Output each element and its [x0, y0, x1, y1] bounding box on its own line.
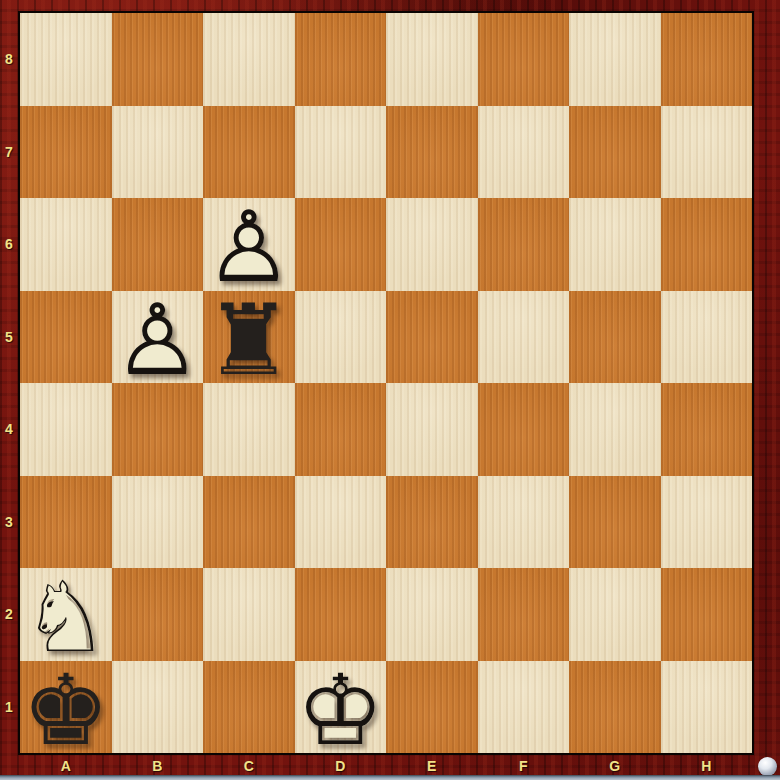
square-f3[interactable]	[478, 476, 570, 569]
file-label-a: A	[20, 756, 112, 775]
square-h8[interactable]	[661, 13, 753, 106]
square-e3[interactable]	[386, 476, 478, 569]
square-f4[interactable]	[478, 383, 570, 476]
file-label-g: G	[569, 756, 661, 775]
square-g7[interactable]	[569, 106, 661, 199]
square-f2[interactable]	[478, 568, 570, 661]
square-d3[interactable]	[295, 476, 387, 569]
file-label-c: C	[203, 756, 295, 775]
square-b6[interactable]	[112, 198, 204, 291]
square-c2[interactable]	[203, 568, 295, 661]
square-g6[interactable]	[569, 198, 661, 291]
square-h7[interactable]	[661, 106, 753, 199]
square-f7[interactable]	[478, 106, 570, 199]
square-a6[interactable]	[20, 198, 112, 291]
square-a2[interactable]: ♞♘	[20, 568, 112, 661]
square-f1[interactable]	[478, 661, 570, 754]
square-g1[interactable]	[569, 661, 661, 754]
square-f5[interactable]	[478, 291, 570, 384]
piece-white-pawn-c6[interactable]: ♟♙	[203, 198, 295, 291]
square-a3[interactable]	[20, 476, 112, 569]
file-label-b: B	[112, 756, 204, 775]
square-g3[interactable]	[569, 476, 661, 569]
piece-white-pawn-b5[interactable]: ♟♙	[112, 291, 204, 384]
square-a4[interactable]	[20, 383, 112, 476]
file-label-e: E	[386, 756, 478, 775]
square-d1[interactable]: ♚♔	[295, 661, 387, 754]
square-c4[interactable]	[203, 383, 295, 476]
square-b3[interactable]	[112, 476, 204, 569]
rank-label-4: 4	[0, 383, 18, 476]
square-g4[interactable]	[569, 383, 661, 476]
square-b2[interactable]	[112, 568, 204, 661]
black-king-glyph: ♚	[22, 661, 110, 759]
piece-black-rook-c5[interactable]: ♜	[203, 291, 295, 384]
window-bottom-edge	[0, 775, 780, 780]
square-f8[interactable]	[478, 13, 570, 106]
white-king-outline-glyph: ♔	[296, 661, 384, 759]
square-d7[interactable]	[295, 106, 387, 199]
square-e5[interactable]	[386, 291, 478, 384]
piece-white-knight-a2[interactable]: ♞♘	[20, 568, 112, 661]
chess-board: ♟♙♟♙♜♞♘♚♚♔	[18, 11, 754, 755]
square-b1[interactable]	[112, 661, 204, 754]
square-c1[interactable]	[203, 661, 295, 754]
rank-label-1: 1	[0, 661, 18, 754]
square-d8[interactable]	[295, 13, 387, 106]
square-b5[interactable]: ♟♙	[112, 291, 204, 384]
white-pawn-outline-glyph: ♙	[113, 291, 201, 389]
square-c5[interactable]: ♜	[203, 291, 295, 384]
file-label-f: F	[478, 756, 570, 775]
square-g2[interactable]	[569, 568, 661, 661]
square-b7[interactable]	[112, 106, 204, 199]
square-a7[interactable]	[20, 106, 112, 199]
square-h2[interactable]	[661, 568, 753, 661]
square-e2[interactable]	[386, 568, 478, 661]
piece-white-king-d1[interactable]: ♚♔	[295, 661, 387, 754]
square-c7[interactable]	[203, 106, 295, 199]
square-c6[interactable]: ♟♙	[203, 198, 295, 291]
square-h4[interactable]	[661, 383, 753, 476]
square-d5[interactable]	[295, 291, 387, 384]
square-c8[interactable]	[203, 13, 295, 106]
rank-label-6: 6	[0, 198, 18, 291]
rank-label-7: 7	[0, 106, 18, 199]
piece-black-king-a1[interactable]: ♚	[20, 661, 112, 754]
file-label-d: D	[295, 756, 387, 775]
chess-board-frame: ♟♙♟♙♜♞♘♚♚♔ 87654321ABCDEFGH	[0, 0, 780, 780]
rank-label-2: 2	[0, 568, 18, 661]
square-e4[interactable]	[386, 383, 478, 476]
square-d4[interactable]	[295, 383, 387, 476]
square-d2[interactable]	[295, 568, 387, 661]
file-label-h: H	[661, 756, 753, 775]
square-e7[interactable]	[386, 106, 478, 199]
square-a1[interactable]: ♚	[20, 661, 112, 754]
square-d6[interactable]	[295, 198, 387, 291]
square-e6[interactable]	[386, 198, 478, 291]
square-e1[interactable]	[386, 661, 478, 754]
rank-label-8: 8	[0, 13, 18, 106]
black-rook-glyph: ♜	[205, 291, 293, 389]
white-to-move-indicator	[758, 757, 777, 776]
square-h1[interactable]	[661, 661, 753, 754]
square-h5[interactable]	[661, 291, 753, 384]
white-knight-outline-glyph: ♘	[22, 568, 110, 666]
square-e8[interactable]	[386, 13, 478, 106]
rank-label-3: 3	[0, 476, 18, 569]
square-g5[interactable]	[569, 291, 661, 384]
square-b4[interactable]	[112, 383, 204, 476]
square-f6[interactable]	[478, 198, 570, 291]
square-a5[interactable]	[20, 291, 112, 384]
rank-label-5: 5	[0, 291, 18, 384]
square-b8[interactable]	[112, 13, 204, 106]
square-a8[interactable]	[20, 13, 112, 106]
white-pawn-outline-glyph: ♙	[205, 198, 293, 296]
square-h6[interactable]	[661, 198, 753, 291]
square-g8[interactable]	[569, 13, 661, 106]
square-c3[interactable]	[203, 476, 295, 569]
square-h3[interactable]	[661, 476, 753, 569]
